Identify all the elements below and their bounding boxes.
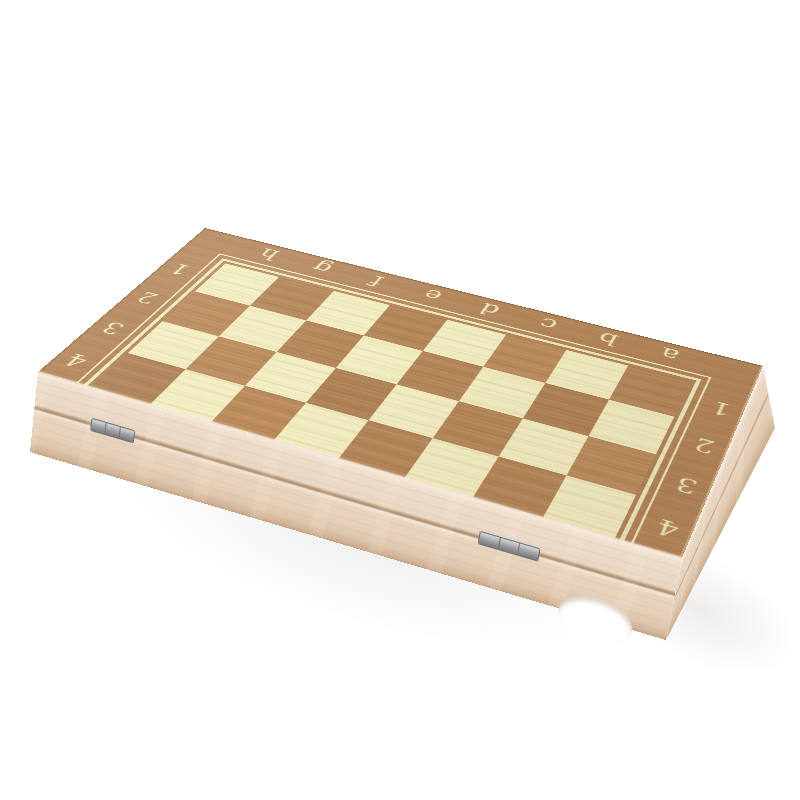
hinge-knuckle (479, 532, 501, 549)
hinge-right (478, 531, 541, 562)
hinge-knuckle (120, 427, 135, 442)
hinge-knuckle (499, 538, 521, 555)
hinge-knuckle (105, 423, 120, 438)
hinge-left (90, 418, 135, 444)
hinge-knuckle (91, 419, 106, 434)
scene: hgfedcba12341234 (0, 0, 800, 800)
hinge-knuckle (518, 544, 539, 561)
finger-notch (555, 588, 636, 652)
